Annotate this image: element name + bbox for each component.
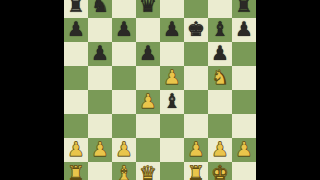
black-pawn-icon: ♟ [136,42,160,66]
white-pawn-icon: ♟ [160,66,184,90]
square-h3[interactable] [232,114,256,138]
chess-board: ♜♞♛♜♟♟♟♚♝♟♟♟♟♟♞♟♝♟♟♟♟♟♟♜♝♛♜♚ [64,0,256,180]
white-king-icon: ♚ [208,162,232,180]
black-rook-icon: ♜ [232,0,256,18]
square-e8[interactable] [160,0,184,18]
square-f5[interactable] [184,66,208,90]
square-a3[interactable] [64,114,88,138]
black-pawn-icon: ♟ [112,18,136,42]
square-h2[interactable]: ♟ [232,138,256,162]
square-d8[interactable]: ♛ [136,0,160,18]
square-h4[interactable] [232,90,256,114]
square-f8[interactable] [184,0,208,18]
black-bishop-icon: ♝ [208,18,232,42]
square-d2[interactable] [136,138,160,162]
square-c8[interactable] [112,0,136,18]
square-e5[interactable]: ♟ [160,66,184,90]
square-a2[interactable]: ♟ [64,138,88,162]
white-pawn-icon: ♟ [208,138,232,162]
square-e2[interactable] [160,138,184,162]
square-f7[interactable]: ♚ [184,18,208,42]
video-frame: ♜♞♛♜♟♟♟♚♝♟♟♟♟♟♞♟♝♟♟♟♟♟♟♜♝♛♜♚ [0,0,320,180]
square-b7[interactable] [88,18,112,42]
square-b2[interactable]: ♟ [88,138,112,162]
black-rook-icon: ♜ [64,0,88,18]
black-knight-icon: ♞ [88,0,112,18]
black-queen-icon: ♛ [136,0,160,18]
square-d6[interactable]: ♟ [136,42,160,66]
white-rook-icon: ♜ [64,162,88,180]
square-b6[interactable]: ♟ [88,42,112,66]
white-rook-icon: ♜ [184,162,208,180]
square-e7[interactable]: ♟ [160,18,184,42]
square-a4[interactable] [64,90,88,114]
square-a6[interactable] [64,42,88,66]
square-a7[interactable]: ♟ [64,18,88,42]
square-h7[interactable]: ♟ [232,18,256,42]
black-pawn-icon: ♟ [232,18,256,42]
square-g7[interactable]: ♝ [208,18,232,42]
square-d1[interactable]: ♛ [136,162,160,180]
square-b4[interactable] [88,90,112,114]
square-g8[interactable] [208,0,232,18]
square-h1[interactable] [232,162,256,180]
square-c6[interactable] [112,42,136,66]
square-b3[interactable] [88,114,112,138]
square-f1[interactable]: ♜ [184,162,208,180]
white-pawn-icon: ♟ [136,90,160,114]
square-c2[interactable]: ♟ [112,138,136,162]
square-d5[interactable] [136,66,160,90]
black-bishop-icon: ♝ [160,90,184,114]
black-pawn-icon: ♟ [208,42,232,66]
square-g6[interactable]: ♟ [208,42,232,66]
black-pawn-icon: ♟ [64,18,88,42]
square-f3[interactable] [184,114,208,138]
square-h8[interactable]: ♜ [232,0,256,18]
square-b1[interactable] [88,162,112,180]
square-b8[interactable]: ♞ [88,0,112,18]
square-e3[interactable] [160,114,184,138]
square-g4[interactable] [208,90,232,114]
square-e4[interactable]: ♝ [160,90,184,114]
white-pawn-icon: ♟ [88,138,112,162]
square-h6[interactable] [232,42,256,66]
square-g2[interactable]: ♟ [208,138,232,162]
square-h5[interactable] [232,66,256,90]
square-f2[interactable]: ♟ [184,138,208,162]
letterbox-right [256,0,320,180]
white-pawn-icon: ♟ [64,138,88,162]
black-pawn-icon: ♟ [88,42,112,66]
square-f6[interactable] [184,42,208,66]
square-d3[interactable] [136,114,160,138]
white-knight-icon: ♞ [208,66,232,90]
square-g3[interactable] [208,114,232,138]
black-pawn-icon: ♟ [160,18,184,42]
square-a1[interactable]: ♜ [64,162,88,180]
white-pawn-icon: ♟ [112,138,136,162]
black-king-icon: ♚ [184,18,208,42]
square-c3[interactable] [112,114,136,138]
square-a8[interactable]: ♜ [64,0,88,18]
white-pawn-icon: ♟ [232,138,256,162]
square-g1[interactable]: ♚ [208,162,232,180]
square-c5[interactable] [112,66,136,90]
square-c1[interactable]: ♝ [112,162,136,180]
letterbox-left [0,0,64,180]
square-d7[interactable] [136,18,160,42]
white-pawn-icon: ♟ [184,138,208,162]
square-e6[interactable] [160,42,184,66]
square-f4[interactable] [184,90,208,114]
square-a5[interactable] [64,66,88,90]
white-queen-icon: ♛ [136,162,160,180]
square-d4[interactable]: ♟ [136,90,160,114]
white-bishop-icon: ♝ [112,162,136,180]
square-c7[interactable]: ♟ [112,18,136,42]
square-g5[interactable]: ♞ [208,66,232,90]
square-c4[interactable] [112,90,136,114]
square-e1[interactable] [160,162,184,180]
square-b5[interactable] [88,66,112,90]
